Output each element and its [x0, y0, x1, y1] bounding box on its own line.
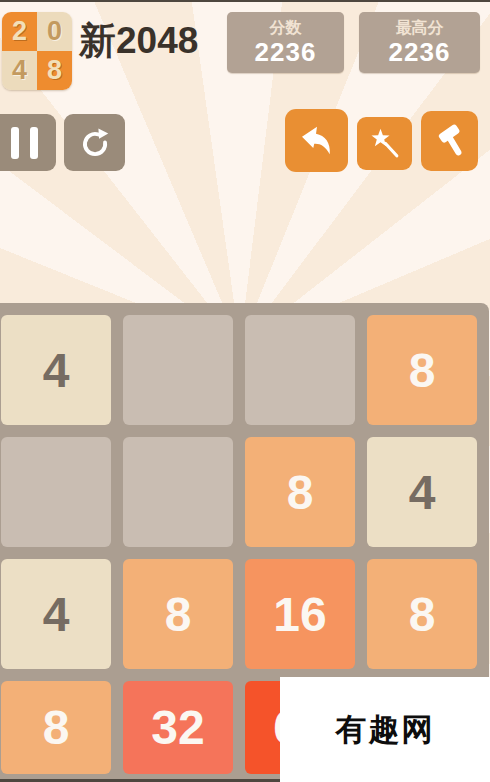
tile-16: 16 — [245, 559, 355, 669]
best-score-label: 最高分 — [396, 18, 444, 37]
magic-wand-icon — [367, 126, 403, 162]
restart-icon — [77, 125, 113, 161]
magic-wand-button[interactable] — [357, 117, 412, 170]
tile-32: 32 — [123, 681, 233, 774]
best-score-value: 2236 — [389, 37, 451, 67]
logo-cell-2: 2 — [2, 12, 37, 51]
best-score-box: 最高分 2236 — [359, 12, 480, 73]
watermark-badge: 有趣网 — [280, 677, 490, 782]
tile-8: 8 — [367, 559, 477, 669]
top-border-line — [0, 0, 490, 2]
tile-4: 4 — [1, 315, 111, 425]
tile-8: 8 — [245, 437, 355, 547]
app-logo: 2 0 4 8 — [2, 12, 72, 90]
tile-empty — [245, 315, 355, 425]
tile-empty — [123, 437, 233, 547]
score-box: 分数 2236 — [227, 12, 344, 73]
tile-4: 4 — [367, 437, 477, 547]
undo-button[interactable] — [285, 109, 348, 172]
logo-cell-8: 8 — [37, 51, 72, 90]
score-label: 分数 — [270, 18, 302, 37]
tile-8: 8 — [1, 681, 111, 774]
page-title: 新2048 — [79, 19, 198, 63]
undo-arrow-icon — [297, 121, 337, 161]
logo-cell-4: 4 — [2, 51, 37, 90]
tile-empty — [123, 315, 233, 425]
hammer-icon — [431, 122, 469, 160]
game-screen: 2 0 4 8 新2048 分数 2236 最高分 2236 — [0, 0, 490, 782]
tile-4: 4 — [1, 559, 111, 669]
tile-8: 8 — [123, 559, 233, 669]
restart-button[interactable] — [64, 114, 125, 171]
hammer-button[interactable] — [421, 111, 478, 171]
pause-button[interactable] — [0, 114, 56, 171]
tile-8: 8 — [367, 315, 477, 425]
logo-cell-0: 0 — [37, 12, 72, 51]
pause-icon — [11, 127, 38, 159]
tile-empty — [1, 437, 111, 547]
watermark-text: 有趣网 — [336, 709, 435, 751]
score-value: 2236 — [255, 37, 317, 67]
